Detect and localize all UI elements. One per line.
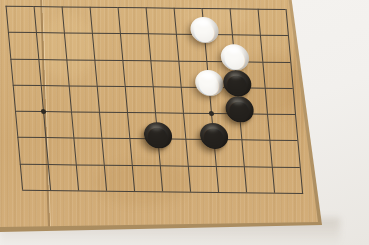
grid-cell — [103, 165, 133, 192]
grid-cell — [71, 112, 101, 139]
grid-cell — [120, 34, 150, 61]
grid-cell — [131, 165, 161, 192]
grid-cell — [61, 7, 91, 34]
grid-cell — [267, 114, 297, 141]
grid-cell — [64, 33, 94, 60]
stone-black-Q3[interactable]: ● — [198, 123, 228, 149]
grid-cell — [19, 164, 49, 191]
grid-cell — [47, 164, 77, 191]
grid-lines — [5, 6, 303, 194]
grid-cell — [271, 167, 301, 194]
goban-grid: ●●●●●●● — [5, 6, 303, 195]
stone-white-Q7[interactable]: ● — [189, 17, 219, 43]
grid-cell — [68, 86, 98, 113]
grid-cell — [15, 111, 45, 138]
grid-cell — [92, 33, 122, 60]
grid-cell — [257, 9, 287, 36]
grid-cell — [159, 165, 189, 192]
grid-cell — [262, 62, 292, 89]
stone-black-O3[interactable]: ● — [142, 122, 172, 148]
grid-cell — [12, 85, 42, 112]
go-board-photo-scene: ●●●●●●● — [0, 0, 369, 245]
grid-cell — [10, 59, 40, 86]
grid-cell — [36, 33, 66, 60]
stone-highlight — [150, 125, 160, 130]
grid-cell — [241, 140, 271, 167]
grid-cell — [75, 164, 105, 191]
grid-cell — [33, 6, 63, 33]
grid-cell — [264, 88, 294, 115]
grid-cell — [89, 7, 119, 34]
grid-cell — [40, 85, 70, 112]
stone-highlight — [206, 126, 216, 131]
grid-cell — [152, 87, 182, 114]
grid-cell — [243, 166, 273, 193]
grid-cell — [96, 86, 126, 113]
stone-black-R4[interactable]: ● — [224, 97, 254, 123]
grid-cell — [17, 138, 47, 165]
grid-cell — [187, 166, 217, 193]
grid-cell — [94, 60, 124, 87]
grid-cell — [269, 140, 299, 167]
grid-cell — [43, 112, 73, 139]
grid-cell — [145, 8, 175, 35]
grid-cell — [117, 7, 147, 34]
grid-cell — [215, 166, 245, 193]
grid-cell — [101, 138, 131, 165]
grid-cell — [260, 35, 290, 62]
stone-white-R6[interactable]: ● — [219, 44, 249, 70]
grid-cell — [229, 9, 259, 36]
grid-cell — [45, 138, 75, 165]
grid-cell — [124, 86, 154, 113]
grid-cell — [38, 59, 68, 86]
grid-cell — [122, 60, 152, 87]
grid-cell — [5, 6, 35, 33]
grid-cell — [73, 138, 103, 165]
grid-cell — [66, 59, 96, 86]
stone-white-Q5[interactable]: ● — [193, 70, 223, 96]
grid-cell — [8, 32, 38, 59]
grid-cell — [148, 34, 178, 61]
grid-cell — [99, 112, 129, 139]
stone-black-R5[interactable]: ● — [221, 70, 251, 96]
grid-cell — [150, 60, 180, 87]
